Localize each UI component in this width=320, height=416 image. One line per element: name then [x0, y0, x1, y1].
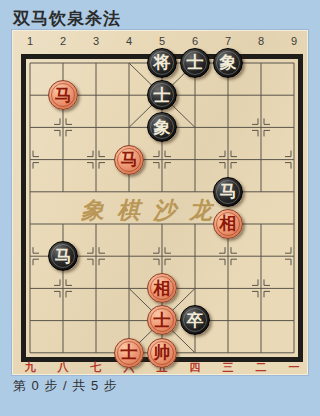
app-window: { "game": "xiangqi", "title": "双马饮泉杀法", …: [0, 0, 320, 416]
piece-glyph: 士: [154, 309, 171, 332]
piece-glyph: 象: [220, 51, 237, 74]
piece-black-horse[interactable]: 马: [48, 241, 78, 271]
piece-glyph: 帅: [154, 341, 171, 364]
piece-glyph: 马: [220, 180, 237, 203]
piece-glyph: 相: [154, 277, 171, 300]
piece-layer[interactable]: 将士象士象马马卒马马相相士士帅: [14, 47, 311, 369]
piece-glyph: 士: [154, 84, 171, 107]
piece-black-horse[interactable]: 马: [213, 177, 243, 207]
piece-red-advisor[interactable]: 士: [114, 338, 144, 368]
piece-glyph: 将: [154, 51, 171, 74]
piece-red-horse[interactable]: 马: [114, 145, 144, 175]
piece-black-king[interactable]: 将: [147, 48, 177, 78]
piece-glyph: 士: [187, 51, 204, 74]
piece-black-advisor[interactable]: 士: [180, 48, 210, 78]
piece-black-advisor[interactable]: 士: [147, 80, 177, 110]
piece-red-advisor[interactable]: 士: [147, 305, 177, 335]
piece-black-pawn[interactable]: 卒: [180, 305, 210, 335]
piece-glyph: 马: [121, 148, 138, 171]
piece-glyph: 象: [154, 116, 171, 139]
piece-black-elephant[interactable]: 象: [147, 112, 177, 142]
piece-red-elephant[interactable]: 相: [147, 273, 177, 303]
move-counter: 第 0 步 / 共 5 步: [13, 377, 118, 395]
page-title: 双马饮泉杀法: [13, 7, 121, 30]
piece-black-elephant[interactable]: 象: [213, 48, 243, 78]
piece-glyph: 士: [121, 341, 138, 364]
piece-glyph: 卒: [187, 309, 204, 332]
piece-glyph: 马: [55, 245, 72, 268]
piece-red-elephant[interactable]: 相: [213, 209, 243, 239]
piece-glyph: 马: [55, 84, 72, 107]
piece-red-horse[interactable]: 马: [48, 80, 78, 110]
board-panel: 123456789 象棋沙龙 将士象士象马马卒马马相相士士帅 九八七六五四三二一: [12, 30, 308, 375]
piece-glyph: 相: [220, 212, 237, 235]
piece-red-king[interactable]: 帅: [147, 338, 177, 368]
